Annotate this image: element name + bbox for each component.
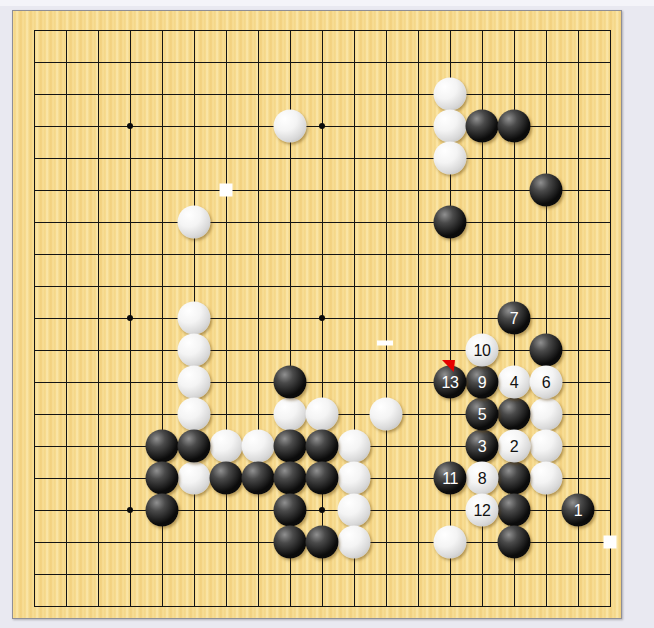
stone-white: [210, 430, 243, 463]
star-point: [319, 507, 325, 513]
stone-white: [178, 334, 211, 367]
stone-white-move-8: 8: [466, 462, 499, 495]
stone-white-move-10: 10: [466, 334, 499, 367]
stone-white: [338, 462, 371, 495]
stone-black: [242, 462, 275, 495]
move-number: 11: [442, 470, 458, 486]
move-number: 1: [574, 502, 582, 518]
stone-black: [434, 206, 467, 239]
move-number: 12: [474, 502, 491, 518]
stone-black-move-13: 13: [434, 366, 467, 399]
stone-white: [434, 110, 467, 143]
stone-black: [274, 462, 307, 495]
stone-black: [146, 462, 179, 495]
stone-white: [178, 366, 211, 399]
stone-black-move-7: 7: [498, 302, 531, 335]
stone-white-move-6: 6: [530, 366, 563, 399]
white-dash-marker: [377, 341, 393, 346]
move-number: 6: [542, 374, 550, 390]
stone-black: [306, 526, 339, 559]
stone-black: [210, 462, 243, 495]
star-point: [127, 507, 133, 513]
stone-black: [146, 430, 179, 463]
move-number: 4: [510, 374, 518, 390]
star-point: [127, 315, 133, 321]
stone-black-move-5: 5: [466, 398, 499, 431]
stone-black: [306, 462, 339, 495]
stone-black: [274, 526, 307, 559]
stone-black: [306, 430, 339, 463]
stone-black: [498, 526, 531, 559]
star-point: [127, 123, 133, 129]
move-number: 2: [510, 438, 518, 454]
stone-white: [530, 398, 563, 431]
stone-black: [498, 110, 531, 143]
stone-white-move-4: 4: [498, 366, 531, 399]
stone-black-move-1: 1: [562, 494, 595, 527]
stone-white: [530, 430, 563, 463]
stone-white: [434, 526, 467, 559]
stone-black: [178, 430, 211, 463]
stone-white: [178, 398, 211, 431]
stone-white: [338, 526, 371, 559]
move-number: 8: [478, 470, 486, 486]
stone-white: [370, 398, 403, 431]
move-number: 7: [510, 310, 518, 326]
stone-black: [274, 494, 307, 527]
stone-black: [498, 398, 531, 431]
stone-black: [498, 494, 531, 527]
stone-white: [178, 206, 211, 239]
stone-white: [274, 398, 307, 431]
star-point: [319, 123, 325, 129]
stone-black: [274, 430, 307, 463]
stone-black: [530, 334, 563, 367]
star-point: [319, 315, 325, 321]
stone-white: [434, 78, 467, 111]
stone-white: [178, 302, 211, 335]
stone-white-move-12: 12: [466, 494, 499, 527]
move-number: 13: [442, 374, 459, 390]
stone-white: [434, 142, 467, 175]
go-app-window: 12345678910111213: [0, 0, 654, 628]
move-number: 9: [478, 374, 486, 390]
go-board[interactable]: 12345678910111213: [12, 10, 622, 619]
stone-black: [274, 366, 307, 399]
stone-white: [178, 462, 211, 495]
stone-white: [306, 398, 339, 431]
stone-white: [338, 494, 371, 527]
stone-white: [338, 430, 371, 463]
stone-black: [146, 494, 179, 527]
stone-black-move-11: 11: [434, 462, 467, 495]
move-number: 3: [478, 438, 486, 454]
move-number: 5: [478, 406, 486, 422]
stone-white: [242, 430, 275, 463]
stone-black: [466, 110, 499, 143]
stone-white: [530, 462, 563, 495]
move-number: 10: [474, 342, 491, 358]
white-square-marker: [604, 536, 617, 549]
stone-black: [498, 462, 531, 495]
stone-black: [530, 174, 563, 207]
stone-black-move-3: 3: [466, 430, 499, 463]
stone-black-move-9: 9: [466, 366, 499, 399]
stone-white-move-2: 2: [498, 430, 531, 463]
stone-white: [274, 110, 307, 143]
white-square-marker: [220, 184, 233, 197]
